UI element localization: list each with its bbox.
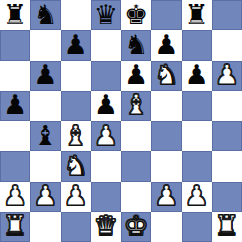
square-e8[interactable]: ♚ [121, 0, 151, 30]
square-e3[interactable] [121, 151, 151, 181]
chess-board: ♜♞♛♚♜♟♞♟♟♟♞♟♟♟♟♝♝♝♟♞♟♟♟♟♟♜♛♚♜ [0, 0, 242, 242]
square-a1[interactable]: ♜ [0, 212, 30, 242]
square-d7[interactable] [91, 30, 121, 60]
black-pawn: ♟ [3, 91, 27, 118]
white-pawn: ♟ [3, 182, 27, 209]
square-a6[interactable] [0, 61, 30, 91]
square-g5[interactable] [182, 91, 212, 121]
square-h8[interactable] [212, 0, 242, 30]
square-g3[interactable] [182, 151, 212, 181]
white-pawn: ♟ [33, 182, 57, 209]
white-pawn: ♟ [64, 182, 88, 209]
black-pawn: ♟ [154, 31, 178, 58]
square-g1[interactable] [182, 212, 212, 242]
square-f8[interactable] [151, 0, 181, 30]
square-f5[interactable] [151, 91, 181, 121]
square-d3[interactable] [91, 151, 121, 181]
square-b4[interactable]: ♝ [30, 121, 60, 151]
white-pawn: ♟ [94, 122, 118, 149]
square-h3[interactable] [212, 151, 242, 181]
square-a5[interactable]: ♟ [0, 91, 30, 121]
square-h2[interactable] [212, 182, 242, 212]
square-b8[interactable]: ♞ [30, 0, 60, 30]
white-pawn: ♟ [154, 182, 178, 209]
square-c7[interactable]: ♟ [61, 30, 91, 60]
square-e4[interactable] [121, 121, 151, 151]
square-e7[interactable]: ♞ [121, 30, 151, 60]
square-c6[interactable] [61, 61, 91, 91]
square-c4[interactable]: ♝ [61, 121, 91, 151]
square-a2[interactable]: ♟ [0, 182, 30, 212]
square-a3[interactable] [0, 151, 30, 181]
square-g4[interactable] [182, 121, 212, 151]
black-rook: ♜ [3, 1, 27, 28]
square-b6[interactable]: ♟ [30, 61, 60, 91]
black-queen: ♛ [94, 1, 118, 28]
square-b2[interactable]: ♟ [30, 182, 60, 212]
square-e6[interactable]: ♟ [121, 61, 151, 91]
square-f3[interactable] [151, 151, 181, 181]
square-d5[interactable]: ♟ [91, 91, 121, 121]
square-b7[interactable] [30, 30, 60, 60]
black-knight: ♞ [33, 1, 57, 28]
white-pawn: ♟ [215, 61, 239, 88]
square-d2[interactable] [91, 182, 121, 212]
square-f1[interactable] [151, 212, 181, 242]
black-bishop: ♝ [33, 122, 57, 149]
white-knight: ♞ [64, 152, 88, 179]
square-h4[interactable] [212, 121, 242, 151]
black-knight: ♞ [124, 31, 148, 58]
square-h6[interactable]: ♟ [212, 61, 242, 91]
square-f6[interactable]: ♞ [151, 61, 181, 91]
square-a7[interactable] [0, 30, 30, 60]
black-rook: ♜ [185, 1, 209, 28]
black-pawn: ♟ [64, 31, 88, 58]
black-pawn: ♟ [94, 91, 118, 118]
square-h7[interactable] [212, 30, 242, 60]
white-bishop: ♝ [124, 91, 148, 118]
square-e2[interactable] [121, 182, 151, 212]
square-b3[interactable] [30, 151, 60, 181]
white-bishop: ♝ [64, 122, 88, 149]
black-pawn: ♟ [124, 61, 148, 88]
square-g8[interactable]: ♜ [182, 0, 212, 30]
square-f4[interactable] [151, 121, 181, 151]
black-pawn: ♟ [33, 61, 57, 88]
square-a4[interactable] [0, 121, 30, 151]
square-c8[interactable] [61, 0, 91, 30]
white-pawn: ♟ [185, 182, 209, 209]
square-g7[interactable] [182, 30, 212, 60]
square-c2[interactable]: ♟ [61, 182, 91, 212]
square-f7[interactable]: ♟ [151, 30, 181, 60]
square-c5[interactable] [61, 91, 91, 121]
square-g6[interactable]: ♟ [182, 61, 212, 91]
square-d6[interactable] [91, 61, 121, 91]
square-d4[interactable]: ♟ [91, 121, 121, 151]
black-king: ♚ [124, 1, 148, 28]
square-b1[interactable] [30, 212, 60, 242]
square-g2[interactable]: ♟ [182, 182, 212, 212]
square-a8[interactable]: ♜ [0, 0, 30, 30]
square-d1[interactable]: ♛ [91, 212, 121, 242]
white-king: ♚ [124, 212, 148, 239]
square-c3[interactable]: ♞ [61, 151, 91, 181]
square-d8[interactable]: ♛ [91, 0, 121, 30]
square-b5[interactable] [30, 91, 60, 121]
white-rook: ♜ [3, 212, 27, 239]
white-knight: ♞ [154, 61, 178, 88]
black-pawn: ♟ [185, 61, 209, 88]
white-rook: ♜ [215, 212, 239, 239]
square-h5[interactable] [212, 91, 242, 121]
square-h1[interactable]: ♜ [212, 212, 242, 242]
square-f2[interactable]: ♟ [151, 182, 181, 212]
square-e1[interactable]: ♚ [121, 212, 151, 242]
square-e5[interactable]: ♝ [121, 91, 151, 121]
square-c1[interactable] [61, 212, 91, 242]
white-queen: ♛ [94, 212, 118, 239]
